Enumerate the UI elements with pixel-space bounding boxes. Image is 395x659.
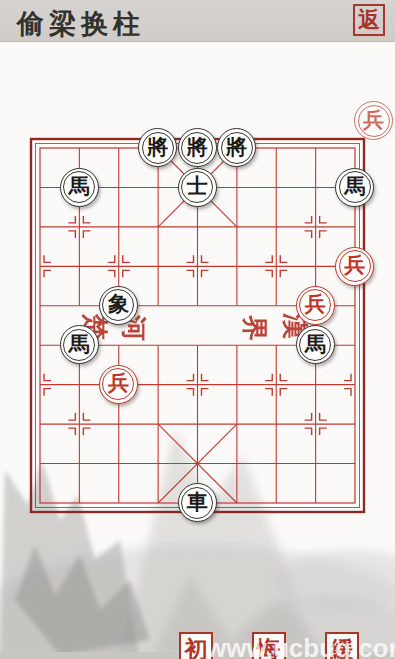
piece-black-general-1[interactable]: 將 bbox=[138, 128, 177, 167]
xiangqi-board[interactable]: 將將將馬士馬兵象兵馬馬兵車 bbox=[20, 128, 374, 522]
piece-red-soldier-3[interactable]: 兵 bbox=[99, 365, 138, 404]
piece-glyph: 車 bbox=[187, 492, 208, 513]
piece-glyph: 兵 bbox=[344, 255, 365, 276]
app-screen: 楚河界漢 將將將馬士馬兵象兵馬馬兵車 兵 初 悔 緩 www.ucbug.com… bbox=[0, 0, 395, 659]
restart-button[interactable]: 初 bbox=[179, 632, 213, 659]
piece-glyph: 士 bbox=[187, 176, 208, 197]
piece-glyph: 兵 bbox=[108, 373, 129, 394]
page-title: 偷梁换柱 bbox=[17, 6, 145, 42]
back-button[interactable]: 返 bbox=[353, 4, 385, 36]
hint-button[interactable]: 緩 bbox=[325, 632, 359, 659]
piece-glyph: 馬 bbox=[344, 176, 365, 197]
piece-glyph: 兵 bbox=[305, 294, 326, 315]
floating-red-soldier-piece: 兵 bbox=[354, 101, 393, 140]
piece-glyph: 馬 bbox=[69, 334, 90, 355]
piece-glyph: 馬 bbox=[69, 176, 90, 197]
undo-button[interactable]: 悔 bbox=[252, 632, 286, 659]
footer-toolbar: 初 悔 緩 bbox=[179, 632, 359, 659]
floating-piece-glyph: 兵 bbox=[363, 110, 384, 131]
piece-red-soldier-1[interactable]: 兵 bbox=[335, 247, 374, 286]
piece-black-horse-4[interactable]: 馬 bbox=[296, 325, 335, 364]
piece-glyph: 將 bbox=[187, 137, 208, 158]
piece-black-horse-1[interactable]: 馬 bbox=[60, 168, 99, 207]
header-bar: 偷梁换柱 返 bbox=[0, 0, 395, 42]
piece-black-general-3[interactable]: 將 bbox=[217, 128, 256, 167]
piece-glyph: 馬 bbox=[305, 334, 326, 355]
piece-glyph: 將 bbox=[226, 137, 247, 158]
piece-black-general-2[interactable]: 將 bbox=[178, 128, 217, 167]
piece-black-advisor[interactable]: 士 bbox=[178, 168, 217, 207]
piece-black-elephant[interactable]: 象 bbox=[99, 286, 138, 325]
piece-black-chariot[interactable]: 車 bbox=[178, 483, 217, 522]
piece-black-horse-2[interactable]: 馬 bbox=[335, 168, 374, 207]
piece-glyph: 象 bbox=[108, 294, 129, 315]
piece-glyph: 將 bbox=[147, 137, 168, 158]
piece-red-soldier-2[interactable]: 兵 bbox=[296, 286, 335, 325]
piece-black-horse-3[interactable]: 馬 bbox=[60, 325, 99, 364]
